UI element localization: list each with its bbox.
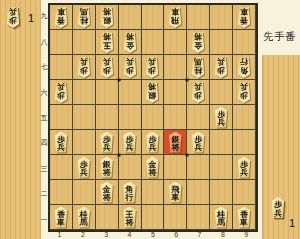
square-9-8[interactable] (233, 30, 256, 55)
square-9-2[interactable] (233, 180, 256, 205)
file-label-9: 9 (235, 231, 258, 238)
shogi-app: 先手番 歩兵 1 歩兵 1 香車桂馬銀将飛車香車玉将金将金将歩兵歩兵歩兵歩兵桂馬… (0, 0, 300, 239)
file-label-6: 6 (165, 231, 188, 238)
piece-sente-R[interactable]: 飛車 (166, 7, 184, 28)
square-3-7[interactable]: 歩兵 (96, 55, 119, 80)
square-2-9[interactable]: 桂馬 (73, 5, 96, 30)
square-5-2[interactable] (142, 180, 165, 205)
piece-gote-N[interactable]: 桂馬 (75, 207, 93, 228)
square-6-4[interactable]: 銀将 (164, 130, 187, 155)
square-4-6[interactable] (119, 80, 142, 105)
square-1-3[interactable] (50, 155, 73, 180)
piece-sente-P[interactable]: 歩兵 (235, 82, 253, 103)
piece-sente-S[interactable]: 銀将 (143, 82, 161, 103)
square-1-6[interactable]: 歩兵 (50, 80, 73, 105)
gote-hand-pawn[interactable]: 歩兵 (269, 197, 287, 218)
square-1-5[interactable] (50, 105, 73, 130)
shogi-board: 香車桂馬銀将飛車香車玉将金将金将歩兵歩兵歩兵歩兵桂馬歩兵角行歩兵銀将歩兵歩兵歩兵… (48, 3, 258, 232)
piece-sente-G[interactable]: 金将 (121, 32, 139, 53)
square-6-7[interactable] (164, 55, 187, 80)
piece-gote-B[interactable]: 角行 (121, 182, 139, 203)
square-4-7[interactable]: 歩兵 (119, 55, 142, 80)
square-6-2[interactable]: 飛車 (164, 180, 187, 205)
square-2-8[interactable] (73, 30, 96, 55)
rank-label-4: 四 (40, 138, 48, 148)
piece-sente-L[interactable]: 香車 (52, 7, 70, 28)
square-8-4[interactable] (210, 130, 233, 155)
square-6-6[interactable] (164, 80, 187, 105)
square-3-8[interactable]: 玉将 (96, 30, 119, 55)
square-4-3[interactable] (119, 155, 142, 180)
square-3-9[interactable]: 銀将 (96, 5, 119, 30)
square-5-4[interactable]: 歩兵 (142, 130, 165, 155)
square-1-9[interactable]: 香車 (50, 5, 73, 30)
star-point (186, 154, 189, 157)
square-9-4[interactable] (233, 130, 256, 155)
square-8-7[interactable]: 歩兵 (210, 55, 233, 80)
square-7-1[interactable] (187, 205, 210, 230)
square-3-1[interactable] (96, 205, 119, 230)
piece-gote-P[interactable]: 歩兵 (212, 107, 230, 128)
square-9-3[interactable]: 歩兵 (233, 155, 256, 180)
piece-gote-S[interactable]: 銀将 (166, 132, 184, 153)
square-8-6[interactable] (210, 80, 233, 105)
square-5-9[interactable] (142, 5, 165, 30)
square-7-5[interactable] (187, 105, 210, 130)
square-4-2[interactable]: 角行 (119, 180, 142, 205)
square-8-8[interactable] (210, 30, 233, 55)
piece-gote-P[interactable]: 歩兵 (269, 197, 287, 218)
piece-gote-R[interactable]: 飛車 (166, 182, 184, 203)
piece-gote-P[interactable]: 歩兵 (189, 132, 207, 153)
sente-hand-count: 1 (28, 12, 34, 24)
square-2-5[interactable] (73, 105, 96, 130)
square-1-2[interactable] (50, 180, 73, 205)
square-5-5[interactable] (142, 105, 165, 130)
square-3-6[interactable] (96, 80, 119, 105)
star-point (117, 154, 120, 157)
file-label-3: 3 (95, 231, 118, 238)
rank-label-7: 七 (40, 62, 48, 72)
square-5-7[interactable]: 歩兵 (142, 55, 165, 80)
square-5-8[interactable] (142, 30, 165, 55)
square-1-8[interactable] (50, 30, 73, 55)
piece-gote-G[interactable]: 金将 (143, 157, 161, 178)
square-7-8[interactable]: 金将 (187, 30, 210, 55)
piece-gote-P[interactable]: 歩兵 (235, 157, 253, 178)
square-7-7[interactable]: 桂馬 (187, 55, 210, 80)
file-label-4: 4 (118, 231, 141, 238)
piece-sente-N[interactable]: 桂馬 (189, 57, 207, 78)
square-9-7[interactable]: 角行 (233, 55, 256, 80)
rank-label-5: 五 (40, 113, 48, 123)
square-2-2[interactable] (73, 180, 96, 205)
square-9-9[interactable]: 香車 (233, 5, 256, 30)
square-4-4[interactable]: 歩兵 (119, 130, 142, 155)
piece-sente-S[interactable]: 銀将 (98, 7, 116, 28)
piece-gote-P[interactable]: 歩兵 (98, 132, 116, 153)
square-4-8[interactable]: 金将 (119, 30, 142, 55)
rank-label-6: 六 (40, 88, 48, 98)
square-7-4[interactable]: 歩兵 (187, 130, 210, 155)
square-6-5[interactable] (164, 105, 187, 130)
rank-label-1: 一 (40, 215, 48, 225)
square-1-7[interactable] (50, 55, 73, 80)
square-9-6[interactable]: 歩兵 (233, 80, 256, 105)
square-8-1[interactable]: 桂馬 (210, 205, 233, 230)
square-4-1[interactable]: 王将 (119, 205, 142, 230)
square-3-2[interactable]: 金将 (96, 180, 119, 205)
piece-gote-P[interactable]: 歩兵 (121, 132, 139, 153)
rank-label-8: 八 (40, 37, 48, 47)
file-label-8: 8 (211, 231, 234, 238)
piece-sente-P[interactable]: 歩兵 (189, 82, 207, 103)
sente-hand-pawn[interactable]: 歩兵 (4, 7, 22, 28)
square-7-9[interactable] (187, 5, 210, 30)
file-label-2: 2 (71, 231, 94, 238)
square-7-6[interactable]: 歩兵 (187, 80, 210, 105)
piece-sente-P[interactable]: 歩兵 (98, 57, 116, 78)
star-point (117, 79, 120, 82)
piece-sente-N[interactable]: 桂馬 (75, 7, 93, 28)
piece-gote-P[interactable]: 歩兵 (52, 132, 70, 153)
square-7-2[interactable] (187, 180, 210, 205)
file-label-7: 7 (188, 231, 211, 238)
square-6-3[interactable] (164, 155, 187, 180)
piece-gote-K[interactable]: 王将 (121, 207, 139, 228)
square-6-9[interactable]: 飛車 (164, 5, 187, 30)
piece-sente-K[interactable]: 玉将 (98, 32, 116, 53)
square-7-3[interactable] (187, 155, 210, 180)
sente-captured-tray (0, 0, 41, 239)
gote-hand-count: 1 (289, 217, 295, 229)
square-1-4[interactable]: 歩兵 (50, 130, 73, 155)
square-2-3[interactable]: 歩兵 (73, 155, 96, 180)
square-3-3[interactable]: 銀将 (96, 155, 119, 180)
rank-label-3: 三 (40, 164, 48, 174)
piece-gote-L[interactable]: 香車 (52, 207, 70, 228)
piece-sente-P[interactable]: 歩兵 (212, 57, 230, 78)
piece-gote-S[interactable]: 銀将 (98, 157, 116, 178)
piece-gote-N[interactable]: 桂馬 (212, 207, 230, 228)
square-9-5[interactable] (233, 105, 256, 130)
piece-gote-P[interactable]: 歩兵 (143, 132, 161, 153)
piece-gote-P[interactable]: 歩兵 (75, 157, 93, 178)
square-1-1[interactable]: 香車 (50, 205, 73, 230)
square-5-6[interactable]: 銀将 (142, 80, 165, 105)
square-2-4[interactable] (73, 130, 96, 155)
square-8-3[interactable] (210, 155, 233, 180)
piece-sente-P[interactable]: 歩兵 (121, 57, 139, 78)
square-2-6[interactable] (73, 80, 96, 105)
square-3-4[interactable]: 歩兵 (96, 130, 119, 155)
piece-sente-P[interactable]: 歩兵 (75, 57, 93, 78)
square-6-1[interactable] (164, 205, 187, 230)
square-8-9[interactable] (210, 5, 233, 30)
piece-sente-P[interactable]: 歩兵 (143, 57, 161, 78)
square-4-9[interactable] (119, 5, 142, 30)
square-4-5[interactable] (119, 105, 142, 130)
turn-indicator: 先手番 (259, 30, 300, 44)
square-9-1[interactable]: 香車 (233, 205, 256, 230)
square-8-2[interactable] (210, 180, 233, 205)
star-point (186, 79, 189, 82)
piece-gote-L[interactable]: 香車 (235, 207, 253, 228)
file-label-5: 5 (141, 231, 164, 238)
rank-label-2: 二 (40, 189, 48, 199)
square-2-7[interactable]: 歩兵 (73, 55, 96, 80)
square-6-8[interactable] (164, 30, 187, 55)
piece-sente-P[interactable]: 歩兵 (4, 7, 22, 28)
square-2-1[interactable]: 桂馬 (73, 205, 96, 230)
square-3-5[interactable] (96, 105, 119, 130)
square-5-1[interactable] (142, 205, 165, 230)
square-5-3[interactable]: 金将 (142, 155, 165, 180)
file-label-1: 1 (48, 231, 71, 238)
piece-sente-L[interactable]: 香車 (235, 7, 253, 28)
rank-label-9: 九 (40, 11, 48, 21)
piece-sente-G[interactable]: 金将 (189, 32, 207, 53)
piece-sente-B[interactable]: 角行 (235, 57, 253, 78)
piece-sente-P[interactable]: 歩兵 (52, 82, 70, 103)
square-8-5[interactable]: 歩兵 (210, 105, 233, 130)
piece-gote-G[interactable]: 金将 (98, 182, 116, 203)
